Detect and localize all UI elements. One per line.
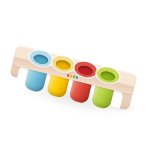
cup-red-opening bbox=[77, 64, 94, 76]
cup-yellow-opening bbox=[55, 58, 72, 70]
cup-green-opening bbox=[100, 69, 117, 81]
product-photo-scene bbox=[0, 0, 150, 150]
cup-blue-opening bbox=[33, 53, 50, 65]
sorting-cups-toy bbox=[5, 39, 139, 123]
